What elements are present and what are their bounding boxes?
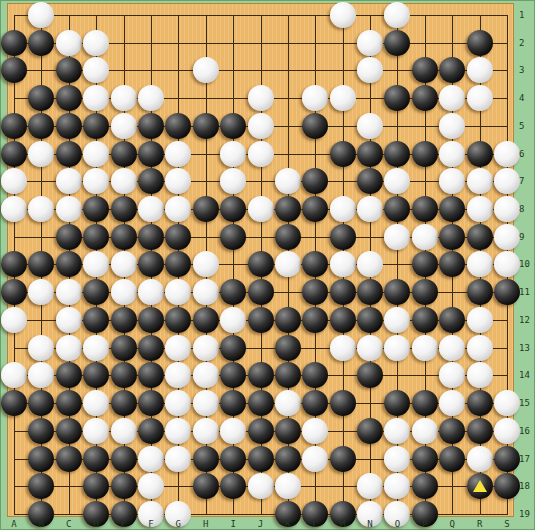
black-stone-I5[interactable] <box>220 113 246 139</box>
black-stone-E8[interactable] <box>111 196 137 222</box>
white-stone-K7[interactable] <box>275 168 301 194</box>
white-stone-S16[interactable] <box>494 418 520 444</box>
white-stone-F17[interactable] <box>138 446 164 472</box>
white-stone-Q5[interactable] <box>439 113 465 139</box>
black-stone-O11[interactable] <box>384 279 410 305</box>
white-stone-R17[interactable] <box>467 446 493 472</box>
white-stone-O16[interactable] <box>384 418 410 444</box>
column-label-K: K <box>285 519 290 529</box>
white-stone-C7[interactable] <box>56 168 82 194</box>
black-stone-G10[interactable] <box>165 251 191 277</box>
white-stone-S7[interactable] <box>494 168 520 194</box>
white-stone-M10[interactable] <box>330 251 356 277</box>
black-stone-D11[interactable] <box>83 279 109 305</box>
row-label-7: 7 <box>519 176 524 186</box>
black-stone-P6[interactable] <box>412 141 438 167</box>
black-stone-N7[interactable] <box>357 168 383 194</box>
column-label-G: G <box>176 519 181 529</box>
black-stone-C10[interactable] <box>56 251 82 277</box>
black-stone-R6[interactable] <box>467 141 493 167</box>
black-stone-C15[interactable] <box>56 390 82 416</box>
black-stone-A10[interactable] <box>1 251 27 277</box>
column-label-S: S <box>504 519 509 529</box>
white-stone-I16[interactable] <box>220 418 246 444</box>
black-stone-K12[interactable] <box>275 307 301 333</box>
black-stone-K9[interactable] <box>275 224 301 250</box>
black-stone-P11[interactable] <box>412 279 438 305</box>
white-stone-H13[interactable] <box>193 335 219 361</box>
black-stone-A3[interactable] <box>1 57 27 83</box>
column-label-H: H <box>203 519 208 529</box>
black-stone-S17[interactable] <box>494 446 520 472</box>
column-label-M: M <box>340 519 345 529</box>
black-stone-P15[interactable] <box>412 390 438 416</box>
black-stone-F6[interactable] <box>138 141 164 167</box>
white-stone-H16[interactable] <box>193 418 219 444</box>
white-stone-N8[interactable] <box>357 196 383 222</box>
row-label-16: 16 <box>519 426 530 436</box>
white-stone-M13[interactable] <box>330 335 356 361</box>
column-label-C: C <box>66 519 71 529</box>
column-label-F: F <box>148 519 153 529</box>
row-label-2: 2 <box>519 38 524 48</box>
white-stone-G8[interactable] <box>165 196 191 222</box>
row-label-1: 1 <box>519 10 524 20</box>
black-stone-M9[interactable] <box>330 224 356 250</box>
black-stone-P17[interactable] <box>412 446 438 472</box>
black-stone-P4[interactable] <box>412 85 438 111</box>
white-stone-F11[interactable] <box>138 279 164 305</box>
black-stone-I9[interactable] <box>220 224 246 250</box>
white-stone-E5[interactable] <box>111 113 137 139</box>
white-stone-M4[interactable] <box>330 85 356 111</box>
column-label-P: P <box>422 519 427 529</box>
column-label-R: R <box>477 519 482 529</box>
white-stone-B6[interactable] <box>28 141 54 167</box>
white-stone-Q14[interactable] <box>439 362 465 388</box>
white-stone-L16[interactable] <box>302 418 328 444</box>
white-stone-B14[interactable] <box>28 362 54 388</box>
black-stone-N12[interactable] <box>357 307 383 333</box>
column-label-Q: Q <box>450 519 455 529</box>
black-stone-N16[interactable] <box>357 418 383 444</box>
white-stone-D15[interactable] <box>83 390 109 416</box>
black-stone-I14[interactable] <box>220 362 246 388</box>
black-stone-A15[interactable] <box>1 390 27 416</box>
row-label-6: 6 <box>519 149 524 159</box>
black-stone-M15[interactable] <box>330 390 356 416</box>
white-stone-N3[interactable] <box>357 57 383 83</box>
black-stone-N6[interactable] <box>357 141 383 167</box>
black-stone-Q8[interactable] <box>439 196 465 222</box>
black-stone-S11[interactable] <box>494 279 520 305</box>
white-stone-G17[interactable] <box>165 446 191 472</box>
white-stone-A8[interactable] <box>1 196 27 222</box>
black-stone-B5[interactable] <box>28 113 54 139</box>
white-stone-G11[interactable] <box>165 279 191 305</box>
white-stone-B8[interactable] <box>28 196 54 222</box>
white-stone-A12[interactable] <box>1 307 27 333</box>
black-stone-L10[interactable] <box>302 251 328 277</box>
white-stone-D3[interactable] <box>83 57 109 83</box>
white-stone-L4[interactable] <box>302 85 328 111</box>
black-stone-R2[interactable] <box>467 30 493 56</box>
black-stone-E15[interactable] <box>111 390 137 416</box>
white-stone-R4[interactable] <box>467 85 493 111</box>
black-stone-O4[interactable] <box>384 85 410 111</box>
black-stone-A2[interactable] <box>1 30 27 56</box>
white-stone-I6[interactable] <box>220 141 246 167</box>
black-stone-F9[interactable] <box>138 224 164 250</box>
black-stone-H5[interactable] <box>193 113 219 139</box>
row-label-14: 14 <box>519 370 530 380</box>
black-stone-L15[interactable] <box>302 390 328 416</box>
black-stone-F5[interactable] <box>138 113 164 139</box>
row-label-15: 15 <box>519 398 530 408</box>
black-stone-D8[interactable] <box>83 196 109 222</box>
white-stone-B13[interactable] <box>28 335 54 361</box>
black-stone-M17[interactable] <box>330 446 356 472</box>
black-stone-L8[interactable] <box>302 196 328 222</box>
white-stone-D7[interactable] <box>83 168 109 194</box>
white-stone-R7[interactable] <box>467 168 493 194</box>
white-stone-I12[interactable] <box>220 307 246 333</box>
black-stone-I17[interactable] <box>220 446 246 472</box>
row-label-19: 19 <box>519 509 530 519</box>
black-stone-C16[interactable] <box>56 418 82 444</box>
white-stone-S9[interactable] <box>494 224 520 250</box>
black-stone-F13[interactable] <box>138 335 164 361</box>
black-stone-Q16[interactable] <box>439 418 465 444</box>
white-stone-E7[interactable] <box>111 168 137 194</box>
black-stone-O2[interactable] <box>384 30 410 56</box>
row-label-4: 4 <box>519 93 524 103</box>
black-stone-I18[interactable] <box>220 473 246 499</box>
black-stone-G12[interactable] <box>165 307 191 333</box>
black-stone-B18[interactable] <box>28 473 54 499</box>
white-stone-F4[interactable] <box>138 85 164 111</box>
white-stone-G15[interactable] <box>165 390 191 416</box>
black-stone-H8[interactable] <box>193 196 219 222</box>
white-stone-Q13[interactable] <box>439 335 465 361</box>
black-stone-J14[interactable] <box>248 362 274 388</box>
white-stone-E16[interactable] <box>111 418 137 444</box>
white-stone-J5[interactable] <box>248 113 274 139</box>
column-label-L: L <box>313 519 318 529</box>
black-stone-P12[interactable] <box>412 307 438 333</box>
white-stone-P9[interactable] <box>412 224 438 250</box>
white-stone-S10[interactable] <box>494 251 520 277</box>
black-stone-C17[interactable] <box>56 446 82 472</box>
row-label-8: 8 <box>519 204 524 214</box>
black-stone-C3[interactable] <box>56 57 82 83</box>
white-stone-J18[interactable] <box>248 473 274 499</box>
white-stone-D10[interactable] <box>83 251 109 277</box>
black-stone-C4[interactable] <box>56 85 82 111</box>
white-stone-O17[interactable] <box>384 446 410 472</box>
white-stone-B1[interactable] <box>28 2 54 28</box>
white-stone-G6[interactable] <box>165 141 191 167</box>
white-stone-S8[interactable] <box>494 196 520 222</box>
white-stone-S15[interactable] <box>494 390 520 416</box>
row-label-11: 11 <box>519 287 530 297</box>
black-stone-D14[interactable] <box>83 362 109 388</box>
black-stone-G5[interactable] <box>165 113 191 139</box>
black-stone-R15[interactable] <box>467 390 493 416</box>
column-label-O: O <box>395 519 400 529</box>
white-stone-H15[interactable] <box>193 390 219 416</box>
black-stone-E13[interactable] <box>111 335 137 361</box>
white-stone-G16[interactable] <box>165 418 191 444</box>
white-stone-E4[interactable] <box>111 85 137 111</box>
black-stone-H12[interactable] <box>193 307 219 333</box>
black-stone-B10[interactable] <box>28 251 54 277</box>
white-stone-E11[interactable] <box>111 279 137 305</box>
white-stone-S6[interactable] <box>494 141 520 167</box>
white-stone-R8[interactable] <box>467 196 493 222</box>
black-stone-H18[interactable] <box>193 473 219 499</box>
white-stone-J4[interactable] <box>248 85 274 111</box>
white-stone-L17[interactable] <box>302 446 328 472</box>
white-stone-J6[interactable] <box>248 141 274 167</box>
black-stone-K13[interactable] <box>275 335 301 361</box>
black-stone-B15[interactable] <box>28 390 54 416</box>
white-stone-O9[interactable] <box>384 224 410 250</box>
white-stone-R14[interactable] <box>467 362 493 388</box>
row-label-12: 12 <box>519 315 530 325</box>
row-label-9: 9 <box>519 232 524 242</box>
white-stone-D4[interactable] <box>83 85 109 111</box>
black-stone-O8[interactable] <box>384 196 410 222</box>
black-stone-H17[interactable] <box>193 446 219 472</box>
white-stone-G13[interactable] <box>165 335 191 361</box>
black-stone-D5[interactable] <box>83 113 109 139</box>
black-stone-Q17[interactable] <box>439 446 465 472</box>
black-stone-Q10[interactable] <box>439 251 465 277</box>
white-stone-D6[interactable] <box>83 141 109 167</box>
black-stone-K8[interactable] <box>275 196 301 222</box>
white-stone-P13[interactable] <box>412 335 438 361</box>
black-stone-E9[interactable] <box>111 224 137 250</box>
black-stone-F16[interactable] <box>138 418 164 444</box>
black-stone-G9[interactable] <box>165 224 191 250</box>
black-stone-O15[interactable] <box>384 390 410 416</box>
black-stone-B4[interactable] <box>28 85 54 111</box>
column-label-A: A <box>11 519 16 529</box>
white-stone-G7[interactable] <box>165 168 191 194</box>
black-stone-L11[interactable] <box>302 279 328 305</box>
black-stone-I11[interactable] <box>220 279 246 305</box>
white-stone-C2[interactable] <box>56 30 82 56</box>
black-stone-C6[interactable] <box>56 141 82 167</box>
black-stone-B17[interactable] <box>28 446 54 472</box>
white-stone-E10[interactable] <box>111 251 137 277</box>
black-stone-J12[interactable] <box>248 307 274 333</box>
black-stone-E12[interactable] <box>111 307 137 333</box>
black-stone-L14[interactable] <box>302 362 328 388</box>
black-stone-P10[interactable] <box>412 251 438 277</box>
white-stone-O13[interactable] <box>384 335 410 361</box>
black-stone-J16[interactable] <box>248 418 274 444</box>
black-stone-K17[interactable] <box>275 446 301 472</box>
white-stone-C12[interactable] <box>56 307 82 333</box>
row-label-17: 17 <box>519 454 530 464</box>
black-stone-L12[interactable] <box>302 307 328 333</box>
white-stone-D16[interactable] <box>83 418 109 444</box>
black-stone-D9[interactable] <box>83 224 109 250</box>
black-stone-J17[interactable] <box>248 446 274 472</box>
black-stone-N14[interactable] <box>357 362 383 388</box>
column-label-N: N <box>367 519 372 529</box>
row-label-5: 5 <box>519 121 524 131</box>
black-stone-I13[interactable] <box>220 335 246 361</box>
black-stone-I15[interactable] <box>220 390 246 416</box>
column-label-J: J <box>258 519 263 529</box>
white-stone-N18[interactable] <box>357 473 383 499</box>
white-stone-O18[interactable] <box>384 473 410 499</box>
black-stone-O6[interactable] <box>384 141 410 167</box>
black-stone-J11[interactable] <box>248 279 274 305</box>
black-stone-B2[interactable] <box>28 30 54 56</box>
black-stone-F12[interactable] <box>138 307 164 333</box>
white-stone-O7[interactable] <box>384 168 410 194</box>
black-stone-B16[interactable] <box>28 418 54 444</box>
white-stone-R10[interactable] <box>467 251 493 277</box>
row-label-10: 10 <box>519 259 530 269</box>
black-stone-P3[interactable] <box>412 57 438 83</box>
black-stone-J10[interactable] <box>248 251 274 277</box>
white-stone-C13[interactable] <box>56 335 82 361</box>
row-label-13: 13 <box>519 343 530 353</box>
white-stone-O12[interactable] <box>384 307 410 333</box>
white-stone-I7[interactable] <box>220 168 246 194</box>
white-stone-H14[interactable] <box>193 362 219 388</box>
white-stone-C11[interactable] <box>56 279 82 305</box>
black-stone-C9[interactable] <box>56 224 82 250</box>
black-stone-P8[interactable] <box>412 196 438 222</box>
white-stone-Q6[interactable] <box>439 141 465 167</box>
white-stone-H10[interactable] <box>193 251 219 277</box>
last-move-triangle-marker-icon <box>473 480 487 492</box>
white-stone-K15[interactable] <box>275 390 301 416</box>
black-stone-E17[interactable] <box>111 446 137 472</box>
row-label-18: 18 <box>519 481 530 491</box>
row-label-3: 3 <box>519 65 524 75</box>
black-stone-J15[interactable] <box>248 390 274 416</box>
white-stone-D2[interactable] <box>83 30 109 56</box>
white-stone-F18[interactable] <box>138 473 164 499</box>
column-label-D: D <box>93 519 98 529</box>
white-stone-N13[interactable] <box>357 335 383 361</box>
white-stone-D13[interactable] <box>83 335 109 361</box>
column-label-I: I <box>230 519 235 529</box>
black-stone-R16[interactable] <box>467 418 493 444</box>
white-stone-H3[interactable] <box>193 57 219 83</box>
black-stone-P18[interactable] <box>412 473 438 499</box>
black-stone-C5[interactable] <box>56 113 82 139</box>
white-stone-N5[interactable] <box>357 113 383 139</box>
white-stone-F8[interactable] <box>138 196 164 222</box>
black-stone-A5[interactable] <box>1 113 27 139</box>
black-stone-C14[interactable] <box>56 362 82 388</box>
black-stone-A11[interactable] <box>1 279 27 305</box>
white-stone-R12[interactable] <box>467 307 493 333</box>
white-stone-M1[interactable] <box>330 2 356 28</box>
black-stone-E6[interactable] <box>111 141 137 167</box>
black-stone-Q3[interactable] <box>439 57 465 83</box>
goban <box>8 4 513 516</box>
white-stone-R3[interactable] <box>467 57 493 83</box>
white-stone-N2[interactable] <box>357 30 383 56</box>
black-stone-D18[interactable] <box>83 473 109 499</box>
black-stone-I8[interactable] <box>220 196 246 222</box>
white-stone-H11[interactable] <box>193 279 219 305</box>
black-stone-R11[interactable] <box>467 279 493 305</box>
black-stone-L5[interactable] <box>302 113 328 139</box>
black-stone-M12[interactable] <box>330 307 356 333</box>
white-stone-J8[interactable] <box>248 196 274 222</box>
black-stone-D12[interactable] <box>83 307 109 333</box>
black-stone-F15[interactable] <box>138 390 164 416</box>
white-stone-P16[interactable] <box>412 418 438 444</box>
white-stone-Q15[interactable] <box>439 390 465 416</box>
black-stone-R9[interactable] <box>467 224 493 250</box>
black-stone-F10[interactable] <box>138 251 164 277</box>
black-stone-A6[interactable] <box>1 141 27 167</box>
black-stone-K14[interactable] <box>275 362 301 388</box>
white-stone-Q7[interactable] <box>439 168 465 194</box>
black-stone-D17[interactable] <box>83 446 109 472</box>
white-stone-R13[interactable] <box>467 335 493 361</box>
white-stone-A7[interactable] <box>1 168 27 194</box>
black-stone-M6[interactable] <box>330 141 356 167</box>
white-stone-O1[interactable] <box>384 2 410 28</box>
white-stone-C8[interactable] <box>56 196 82 222</box>
black-stone-E14[interactable] <box>111 362 137 388</box>
black-stone-S18[interactable] <box>494 473 520 499</box>
white-stone-Q4[interactable] <box>439 85 465 111</box>
white-stone-K10[interactable] <box>275 251 301 277</box>
black-stone-E18[interactable] <box>111 473 137 499</box>
column-label-B: B <box>39 519 44 529</box>
black-stone-F7[interactable] <box>138 168 164 194</box>
black-stone-N11[interactable] <box>357 279 383 305</box>
white-stone-G14[interactable] <box>165 362 191 388</box>
white-stone-M8[interactable] <box>330 196 356 222</box>
go-board-window: ABCDEFGHIJKLMNOPQRS123456789101112131415… <box>0 0 535 530</box>
white-stone-K18[interactable] <box>275 473 301 499</box>
white-stone-A14[interactable] <box>1 362 27 388</box>
black-stone-L7[interactable] <box>302 168 328 194</box>
black-stone-Q12[interactable] <box>439 307 465 333</box>
black-stone-K16[interactable] <box>275 418 301 444</box>
white-stone-B11[interactable] <box>28 279 54 305</box>
black-stone-R18[interactable] <box>467 473 493 499</box>
black-stone-Q9[interactable] <box>439 224 465 250</box>
black-stone-F14[interactable] <box>138 362 164 388</box>
column-label-E: E <box>121 519 126 529</box>
black-stone-M11[interactable] <box>330 279 356 305</box>
white-stone-N10[interactable] <box>357 251 383 277</box>
